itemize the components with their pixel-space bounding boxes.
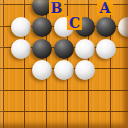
choice-label-A[interactable]: A [97, 0, 113, 15]
go-board[interactable]: BAC [0, 0, 128, 128]
go-problem-thumbnail: BAC [0, 0, 128, 128]
choice-labels-layer: BAC [0, 0, 128, 128]
choice-label-B[interactable]: B [49, 0, 64, 15]
choice-label-C[interactable]: C [67, 16, 82, 30]
